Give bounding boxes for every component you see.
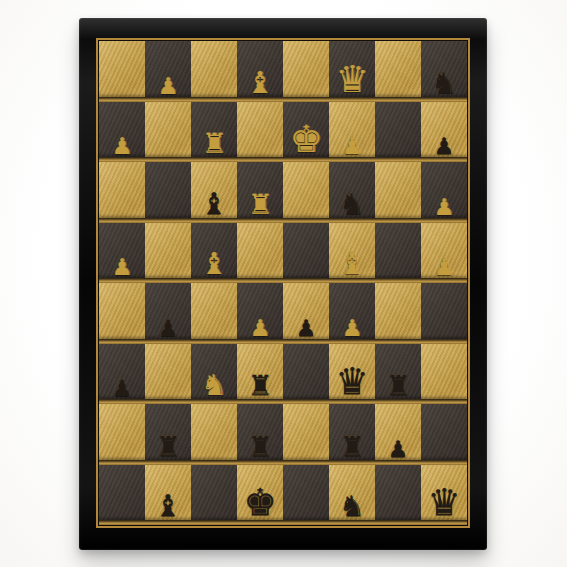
piece-white-pawn-h6: ♟	[434, 196, 455, 219]
piece-white-queen-f8: ♛	[335, 61, 368, 98]
square-f6: ♞	[329, 162, 375, 223]
chess-board-frame: ♟♝♛♞♟♜♚♟♟♝♜♞♟♟♝♝♟♟♟♟♟♟♞♜♛♜♜♜♜♟♝♚♞♛	[79, 18, 487, 550]
piece-black-rook-g3: ♜	[385, 372, 410, 400]
rank-7: ♟♜♚♟♟	[99, 102, 467, 163]
square-g5	[375, 223, 421, 284]
square-c3: ♞	[191, 344, 237, 405]
square-f3: ♛	[329, 344, 375, 405]
square-e2	[283, 404, 329, 465]
piece-white-rook-c7: ♜	[201, 130, 226, 158]
square-e5	[283, 223, 329, 284]
square-c7: ♜	[191, 102, 237, 163]
square-c8	[191, 41, 237, 102]
square-c5: ♝	[191, 223, 237, 284]
piece-black-knight-f6: ♞	[339, 190, 365, 219]
shelf-ledge-rank-4	[99, 339, 467, 344]
square-b6	[145, 162, 191, 223]
square-d5	[237, 223, 283, 284]
square-b5	[145, 223, 191, 284]
square-e1	[283, 465, 329, 526]
square-c2	[191, 404, 237, 465]
square-d7	[237, 102, 283, 163]
square-h3	[421, 344, 467, 405]
piece-black-bishop-c6: ♝	[201, 189, 228, 219]
rank-1: ♝♚♞♛	[99, 465, 467, 526]
shelf-ledge-rank-3	[99, 399, 467, 404]
piece-white-pawn-b8: ♟	[158, 75, 179, 98]
square-a6	[99, 162, 145, 223]
piece-black-pawn-g2: ♟	[388, 438, 409, 461]
square-h5: ♟	[421, 223, 467, 284]
piece-black-rook-d2: ♜	[247, 433, 272, 461]
square-d6: ♜	[237, 162, 283, 223]
square-a7: ♟	[99, 102, 145, 163]
piece-white-pawn-a7: ♟	[112, 135, 133, 158]
square-g6	[375, 162, 421, 223]
piece-white-pawn-d4: ♟	[250, 317, 271, 340]
square-b2: ♜	[145, 404, 191, 465]
rank-4: ♟♟♟♟	[99, 283, 467, 344]
shelf-ledge-rank-8	[99, 97, 467, 102]
square-g8	[375, 41, 421, 102]
square-h7: ♟	[421, 102, 467, 163]
piece-white-bishop-d8: ♝	[247, 68, 274, 98]
square-g4	[375, 283, 421, 344]
square-d2: ♜	[237, 404, 283, 465]
square-g7	[375, 102, 421, 163]
shelf-ledge-rank-5	[99, 278, 467, 283]
square-a3: ♟	[99, 344, 145, 405]
square-d1: ♚	[237, 465, 283, 526]
piece-black-rook-f2: ♜	[339, 433, 364, 461]
rank-6: ♝♜♞♟	[99, 162, 467, 223]
square-d8: ♝	[237, 41, 283, 102]
square-a8	[99, 41, 145, 102]
piece-white-pawn-f4: ♟	[342, 317, 363, 340]
square-b4: ♟	[145, 283, 191, 344]
piece-white-pawn-h5: ♟	[434, 256, 455, 279]
square-h2	[421, 404, 467, 465]
piece-white-king-e7: ♚	[289, 121, 322, 158]
piece-black-queen-h1: ♛	[427, 484, 460, 521]
shelf-ledge-rank-7	[99, 157, 467, 162]
shelf-ledge-rank-2	[99, 460, 467, 465]
piece-black-pawn-e4: ♟	[296, 317, 317, 340]
piece-white-bishop-f5: ♝	[339, 249, 366, 279]
square-f2: ♜	[329, 404, 375, 465]
square-e8	[283, 41, 329, 102]
square-e4: ♟	[283, 283, 329, 344]
piece-white-knight-c3: ♞	[201, 371, 227, 400]
square-h1: ♛	[421, 465, 467, 526]
square-d3: ♜	[237, 344, 283, 405]
rank-8: ♟♝♛♞	[99, 41, 467, 102]
square-f1: ♞	[329, 465, 375, 526]
piece-white-bishop-c5: ♝	[201, 249, 228, 279]
square-a2	[99, 404, 145, 465]
square-g3: ♜	[375, 344, 421, 405]
square-f5: ♝	[329, 223, 375, 284]
square-f8: ♛	[329, 41, 375, 102]
piece-black-knight-f1: ♞	[339, 492, 365, 521]
piece-black-king-d1: ♚	[243, 484, 276, 521]
piece-black-knight-h8: ♞	[431, 69, 457, 98]
square-d4: ♟	[237, 283, 283, 344]
square-g1	[375, 465, 421, 526]
chess-board: ♟♝♛♞♟♜♚♟♟♝♜♞♟♟♝♝♟♟♟♟♟♟♞♜♛♜♜♜♜♟♝♚♞♛	[99, 41, 467, 525]
square-h4	[421, 283, 467, 344]
square-f4: ♟	[329, 283, 375, 344]
piece-white-pawn-f7: ♟	[342, 135, 363, 158]
square-b8: ♟	[145, 41, 191, 102]
gold-trim: ♟♝♛♞♟♜♚♟♟♝♜♞♟♟♝♝♟♟♟♟♟♟♞♜♛♜♜♜♜♟♝♚♞♛	[96, 38, 470, 528]
piece-white-pawn-a5: ♟	[112, 256, 133, 279]
square-e6	[283, 162, 329, 223]
square-c4	[191, 283, 237, 344]
square-e3	[283, 344, 329, 405]
rank-2: ♜♜♜♟	[99, 404, 467, 465]
square-h6: ♟	[421, 162, 467, 223]
piece-black-rook-b2: ♜	[155, 433, 180, 461]
square-f7: ♟	[329, 102, 375, 163]
piece-black-rook-d3: ♜	[247, 372, 272, 400]
square-a1	[99, 465, 145, 526]
piece-black-bishop-b1: ♝	[155, 491, 182, 521]
piece-black-pawn-h7: ♟	[434, 135, 455, 158]
square-e7: ♚	[283, 102, 329, 163]
piece-black-pawn-a3: ♟	[112, 377, 133, 400]
piece-white-rook-d6: ♜	[247, 191, 272, 219]
square-b7	[145, 102, 191, 163]
square-a4	[99, 283, 145, 344]
square-g2: ♟	[375, 404, 421, 465]
square-h8: ♞	[421, 41, 467, 102]
rank-5: ♟♝♝♟	[99, 223, 467, 284]
piece-black-pawn-b4: ♟	[158, 317, 179, 340]
rank-3: ♟♞♜♛♜	[99, 344, 467, 405]
square-c1	[191, 465, 237, 526]
piece-black-queen-f3: ♛	[335, 363, 368, 400]
square-b3	[145, 344, 191, 405]
square-c6: ♝	[191, 162, 237, 223]
square-a5: ♟	[99, 223, 145, 284]
square-b1: ♝	[145, 465, 191, 526]
shelf-ledge-rank-6	[99, 218, 467, 223]
